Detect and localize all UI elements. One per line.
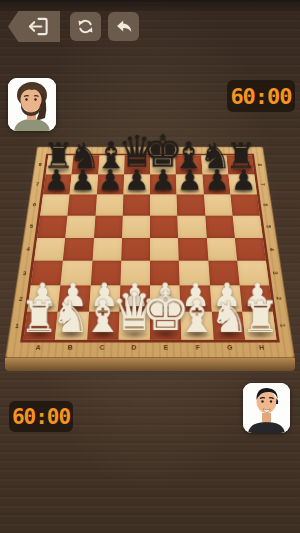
square-f6[interactable]: [177, 194, 205, 215]
rank-label-right-3: 3: [260, 270, 290, 277]
rank-label-right-4: 4: [257, 246, 286, 253]
rank-label-right-1: 1: [267, 322, 299, 330]
square-c7[interactable]: ♟: [97, 174, 124, 194]
exit-button[interactable]: [8, 11, 60, 42]
flip-board-button[interactable]: [70, 12, 101, 41]
chess-board: ♜♞♝♛♚♝♞♜♟♟♟♟♟♟♟♟♟♟♟♟♟♟♟♟♜♞♝♛♚♝♞♜ ABCDEFG…: [5, 147, 295, 358]
black-pawn[interactable]: ♟: [124, 166, 149, 194]
square-g6[interactable]: [203, 194, 232, 215]
square-g1[interactable]: ♞: [211, 312, 245, 340]
square-d5[interactable]: [122, 215, 150, 237]
board-grid: ♜♞♝♛♚♝♞♜♟♟♟♟♟♟♟♟♟♟♟♟♟♟♟♟♜♞♝♛♚♝♞♜: [20, 154, 280, 343]
square-c6[interactable]: [95, 194, 123, 215]
black-pawn[interactable]: ♟: [97, 166, 122, 194]
undo-arrow-icon: [114, 18, 134, 36]
white-rook[interactable]: ♜: [241, 296, 280, 339]
square-f5[interactable]: [177, 215, 206, 237]
square-e7[interactable]: ♟: [150, 174, 177, 194]
square-a7[interactable]: ♟: [43, 174, 72, 194]
square-b7[interactable]: ♟: [70, 174, 98, 194]
chess-app: 60:00 ♜♞♝♛♚♝♞♜♟♟♟♟♟♟♟♟♟♟♟♟♟♟♟♟♜♞♝♛♚♝♞♜ A…: [0, 0, 300, 533]
file-label-a: A: [21, 344, 54, 356]
square-a4[interactable]: [34, 238, 65, 261]
square-b6[interactable]: [68, 194, 97, 215]
file-label-h: H: [245, 344, 278, 356]
board-front-edge: [5, 358, 295, 371]
square-b4[interactable]: [63, 238, 94, 261]
square-f4[interactable]: [178, 238, 208, 261]
square-g5[interactable]: [205, 215, 235, 237]
square-d6[interactable]: [123, 194, 150, 215]
rank-label-right-5: 5: [254, 223, 282, 229]
black-pawn[interactable]: ♟: [231, 166, 256, 194]
square-f7[interactable]: ♟: [176, 174, 203, 194]
square-e4[interactable]: [150, 238, 179, 261]
logout-icon: [19, 16, 50, 37]
file-label-d: D: [118, 344, 150, 356]
undo-button[interactable]: [108, 12, 139, 41]
black-pawn[interactable]: ♟: [151, 166, 176, 194]
square-c4[interactable]: [92, 238, 122, 261]
file-label-g: G: [214, 344, 247, 356]
square-g7[interactable]: ♟: [202, 174, 230, 194]
square-f1[interactable]: ♝: [181, 312, 214, 340]
black-pawn[interactable]: ♟: [71, 166, 96, 194]
file-label-b: B: [53, 344, 86, 356]
player-timer: 60:00: [9, 401, 73, 432]
square-a5[interactable]: [37, 215, 67, 237]
black-pawn[interactable]: ♟: [177, 166, 202, 194]
black-pawn[interactable]: ♟: [44, 166, 69, 194]
square-b5[interactable]: [65, 215, 95, 237]
board-scene: ♜♞♝♛♚♝♞♜♟♟♟♟♟♟♟♟♟♟♟♟♟♟♟♟♜♞♝♛♚♝♞♜ ABCDEFG…: [0, 98, 300, 358]
square-e5[interactable]: [150, 215, 178, 237]
rank-label-right-8: 8: [247, 162, 273, 167]
file-label-c: C: [86, 344, 119, 356]
square-d7[interactable]: ♟: [123, 174, 150, 194]
file-label-e: E: [150, 344, 182, 356]
rank-label-right-6: 6: [252, 202, 280, 208]
player-timer-value: 60:00: [12, 405, 70, 429]
player-avatar: [243, 383, 290, 433]
square-e6[interactable]: [150, 194, 177, 215]
rank-label-right-7: 7: [249, 181, 276, 187]
square-d4[interactable]: [121, 238, 150, 261]
square-a6[interactable]: [40, 194, 70, 215]
young-man-portrait: [243, 383, 290, 433]
square-c5[interactable]: [94, 215, 123, 237]
toolbar: [0, 0, 300, 50]
refresh-icon: [76, 17, 95, 36]
square-g4[interactable]: [206, 238, 237, 261]
file-labels: ABCDEFGH: [21, 344, 278, 356]
black-pawn[interactable]: ♟: [204, 166, 229, 194]
file-label-f: F: [182, 344, 215, 356]
rank-label-right-2: 2: [264, 295, 295, 302]
